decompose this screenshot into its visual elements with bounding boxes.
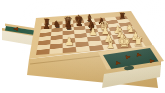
board-square [49, 48, 62, 54]
board-square [63, 47, 77, 53]
board-square [129, 42, 146, 48]
board-square [76, 46, 90, 52]
board-square [36, 49, 50, 55]
chess-box-photo: ♜♛♚♝♜♟♞♟♟♟♞♟♝♛♟♟♟♞♝♟♟♟♟♝♚♜♟♟♟♟♟ [0, 0, 165, 93]
